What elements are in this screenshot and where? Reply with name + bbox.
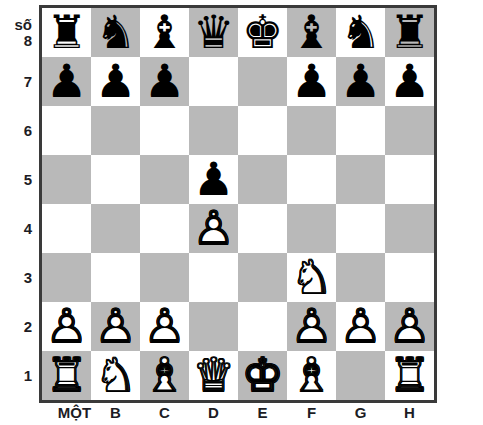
file-label-d: D (189, 402, 238, 422)
square-e2[interactable] (238, 302, 287, 351)
square-g7[interactable]: ♟ (336, 57, 385, 106)
piece-white-pawn: ♟♙ (385, 302, 434, 351)
file-labels-row: MỘT B C D E F G H (42, 402, 434, 422)
rank-label-6: 6 (0, 106, 32, 155)
square-b6[interactable] (91, 106, 140, 155)
square-g2[interactable]: ♟♙ (336, 302, 385, 351)
square-b5[interactable] (91, 155, 140, 204)
square-a6[interactable] (42, 106, 91, 155)
square-c5[interactable] (140, 155, 189, 204)
piece-white-knight: ♞♘ (91, 351, 140, 400)
piece-black-pawn: ♟ (91, 57, 140, 106)
square-h8[interactable]: ♜ (385, 8, 434, 57)
square-h3[interactable] (385, 253, 434, 302)
square-e6[interactable] (238, 106, 287, 155)
square-c1[interactable]: ♝♗ (140, 351, 189, 400)
square-a5[interactable] (42, 155, 91, 204)
square-b4[interactable] (91, 204, 140, 253)
file-label-c: C (140, 402, 189, 422)
square-c4[interactable] (140, 204, 189, 253)
piece-black-king: ♚ (238, 8, 287, 57)
square-f2[interactable]: ♟♙ (287, 302, 336, 351)
piece-white-pawn: ♟♙ (189, 204, 238, 253)
square-d3[interactable] (189, 253, 238, 302)
piece-white-knight: ♞♘ (287, 253, 336, 302)
rank-label-5: 5 (0, 155, 32, 204)
square-g3[interactable] (336, 253, 385, 302)
piece-black-bishop: ♝ (140, 8, 189, 57)
square-b2[interactable]: ♟♙ (91, 302, 140, 351)
piece-black-pawn: ♟ (287, 57, 336, 106)
piece-black-rook: ♜ (385, 8, 434, 57)
piece-black-knight: ♞ (91, 8, 140, 57)
piece-white-rook: ♜♖ (42, 351, 91, 400)
chess-board: ♜♞♝♛♚♝♞♜♟♟♟♟♟♟♟♟♙♞♘♟♙♟♙♟♙♟♙♟♙♟♙♜♖♞♘♝♗♛♕♚… (39, 5, 437, 403)
piece-black-pawn: ♟ (189, 155, 238, 204)
square-h1[interactable]: ♜♖ (385, 351, 434, 400)
square-d2[interactable] (189, 302, 238, 351)
square-a3[interactable] (42, 253, 91, 302)
square-d1[interactable]: ♛♕ (189, 351, 238, 400)
piece-white-pawn: ♟♙ (42, 302, 91, 351)
piece-white-pawn: ♟♙ (91, 302, 140, 351)
square-h2[interactable]: ♟♙ (385, 302, 434, 351)
file-label-e: E (238, 402, 287, 422)
square-f4[interactable] (287, 204, 336, 253)
piece-white-queen: ♛♕ (189, 351, 238, 400)
square-f1[interactable]: ♝♗ (287, 351, 336, 400)
square-g5[interactable] (336, 155, 385, 204)
piece-white-bishop: ♝♗ (140, 351, 189, 400)
square-g4[interactable] (336, 204, 385, 253)
piece-black-bishop: ♝ (287, 8, 336, 57)
piece-white-pawn: ♟♙ (287, 302, 336, 351)
rank-label-7: 7 (0, 57, 32, 106)
square-e5[interactable] (238, 155, 287, 204)
square-h5[interactable] (385, 155, 434, 204)
square-e1[interactable]: ♚♔ (238, 351, 287, 400)
square-d8[interactable]: ♛ (189, 8, 238, 57)
square-h7[interactable]: ♟ (385, 57, 434, 106)
rank-label-1: 1 (0, 351, 32, 400)
rank-label-8: số 8 (0, 8, 32, 57)
square-a8[interactable]: ♜ (42, 8, 91, 57)
square-b7[interactable]: ♟ (91, 57, 140, 106)
square-c3[interactable] (140, 253, 189, 302)
square-g1[interactable] (336, 351, 385, 400)
square-d6[interactable] (189, 106, 238, 155)
square-e4[interactable] (238, 204, 287, 253)
piece-black-pawn: ♟ (42, 57, 91, 106)
piece-black-rook: ♜ (42, 8, 91, 57)
square-e3[interactable] (238, 253, 287, 302)
piece-white-pawn: ♟♙ (336, 302, 385, 351)
square-f7[interactable]: ♟ (287, 57, 336, 106)
square-b1[interactable]: ♞♘ (91, 351, 140, 400)
piece-white-king: ♚♔ (238, 351, 287, 400)
piece-black-knight: ♞ (336, 8, 385, 57)
square-d7[interactable] (189, 57, 238, 106)
square-a1[interactable]: ♜♖ (42, 351, 91, 400)
square-f6[interactable] (287, 106, 336, 155)
square-e7[interactable] (238, 57, 287, 106)
piece-black-queen: ♛ (189, 8, 238, 57)
square-g8[interactable]: ♞ (336, 8, 385, 57)
square-b3[interactable] (91, 253, 140, 302)
square-d4[interactable]: ♟♙ (189, 204, 238, 253)
chess-diagram: ♜♞♝♛♚♝♞♜♟♟♟♟♟♟♟♟♙♞♘♟♙♟♙♟♙♟♙♟♙♟♙♜♖♞♘♝♗♛♕♚… (0, 0, 483, 425)
rank-label-2: 2 (0, 302, 32, 351)
square-f5[interactable] (287, 155, 336, 204)
square-a2[interactable]: ♟♙ (42, 302, 91, 351)
square-f8[interactable]: ♝ (287, 8, 336, 57)
square-d5[interactable]: ♟ (189, 155, 238, 204)
rank-labels-column: số 8 7 6 5 4 3 2 1 (0, 8, 32, 400)
square-b8[interactable]: ♞ (91, 8, 140, 57)
piece-white-pawn: ♟♙ (140, 302, 189, 351)
square-g6[interactable] (336, 106, 385, 155)
square-a4[interactable] (42, 204, 91, 253)
square-c2[interactable]: ♟♙ (140, 302, 189, 351)
piece-black-pawn: ♟ (140, 57, 189, 106)
square-a7[interactable]: ♟ (42, 57, 91, 106)
file-label-g: G (336, 402, 385, 422)
square-c6[interactable] (140, 106, 189, 155)
square-c7[interactable]: ♟ (140, 57, 189, 106)
piece-white-rook: ♜♖ (385, 351, 434, 400)
file-label-h: H (385, 402, 434, 422)
square-f3[interactable]: ♞♘ (287, 253, 336, 302)
file-label-a: MỘT (50, 402, 99, 422)
piece-black-pawn: ♟ (336, 57, 385, 106)
piece-white-bishop: ♝♗ (287, 351, 336, 400)
square-h6[interactable] (385, 106, 434, 155)
rank-label-4: 4 (0, 204, 32, 253)
piece-black-pawn: ♟ (385, 57, 434, 106)
square-c8[interactable]: ♝ (140, 8, 189, 57)
square-e8[interactable]: ♚ (238, 8, 287, 57)
file-label-f: F (287, 402, 336, 422)
rank-label-3: 3 (0, 253, 32, 302)
square-h4[interactable] (385, 204, 434, 253)
